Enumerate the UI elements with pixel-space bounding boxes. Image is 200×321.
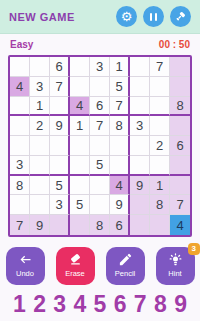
cell-r8c9[interactable]: 7 (170, 195, 190, 215)
cell-r2c2[interactable]: 3 (30, 77, 50, 97)
cell-r1c5[interactable]: 3 (90, 57, 110, 77)
cell-r4c3[interactable]: 9 (50, 116, 70, 136)
number-pad: 123456789 (0, 293, 200, 316)
status-bar: Easy 00 : 50 (0, 34, 200, 54)
cell-r7c6[interactable]: 4 (110, 176, 130, 196)
difficulty-label: Easy (10, 39, 33, 50)
cell-r6c9[interactable] (170, 156, 190, 176)
cell-r2c9[interactable] (170, 77, 190, 97)
cell-r8c2[interactable] (30, 195, 50, 215)
cell-r6c2[interactable] (30, 156, 50, 176)
cell-r1c6[interactable]: 1 (110, 57, 130, 77)
cell-r2c5[interactable] (90, 77, 110, 97)
hint-label: Hint (168, 269, 181, 278)
theme-button[interactable] (170, 6, 191, 27)
cell-r9c2[interactable]: 9 (30, 215, 50, 235)
cell-r8c4[interactable]: 5 (70, 195, 90, 215)
cell-r6c4[interactable] (70, 156, 90, 176)
cell-r5c8[interactable]: 2 (150, 136, 170, 156)
cell-r8c6[interactable]: 9 (110, 195, 130, 215)
cell-r9c1[interactable]: 7 (10, 215, 30, 235)
eraser-icon (68, 252, 83, 267)
page-title: NEW GAME (9, 11, 75, 23)
pencil-icon (118, 252, 133, 267)
cell-r5c3[interactable] (50, 136, 70, 156)
cell-r3c4[interactable]: 4 (70, 97, 90, 117)
numpad-9[interactable]: 9 (174, 293, 187, 316)
undo-button[interactable]: Undo (6, 247, 45, 285)
cell-r7c8[interactable]: 1 (150, 176, 170, 196)
undo-label: Undo (16, 269, 34, 278)
cell-r3c1[interactable] (10, 97, 30, 117)
cell-r2c6[interactable]: 5 (110, 77, 130, 97)
cell-r7c9[interactable] (170, 176, 190, 196)
cell-r3c2[interactable]: 1 (30, 97, 50, 117)
cell-r9c5[interactable]: 8 (90, 215, 110, 235)
numpad-2[interactable]: 2 (33, 293, 46, 316)
cell-r1c9[interactable] (170, 57, 190, 77)
cell-r5c2[interactable] (30, 136, 50, 156)
cell-r7c1[interactable]: 8 (10, 176, 30, 196)
cell-r8c7[interactable] (130, 195, 150, 215)
cell-r6c7[interactable] (130, 156, 150, 176)
settings-button[interactable]: ⚙ (116, 6, 137, 27)
cell-r9c9[interactable]: 4 (170, 215, 190, 235)
cell-r4c6[interactable]: 8 (110, 116, 130, 136)
cell-r3c3[interactable] (50, 97, 70, 117)
cell-r7c2[interactable] (30, 176, 50, 196)
top-bar-buttons: ⚙ (116, 6, 191, 27)
cell-r8c1[interactable] (10, 195, 30, 215)
cell-r4c9[interactable] (170, 116, 190, 136)
cell-r7c4[interactable] (70, 176, 90, 196)
cell-r5c9[interactable]: 6 (170, 136, 190, 156)
timer: 00 : 50 (159, 39, 190, 50)
cell-r6c8[interactable] (150, 156, 170, 176)
cell-r5c5[interactable] (90, 136, 110, 156)
cell-r6c5[interactable]: 5 (90, 156, 110, 176)
cell-r1c3[interactable]: 6 (50, 57, 70, 77)
hint-button[interactable]: 3 Hint (156, 247, 195, 285)
cell-r5c1[interactable] (10, 136, 30, 156)
cell-r4c5[interactable]: 7 (90, 116, 110, 136)
cell-r2c7[interactable] (130, 77, 150, 97)
cell-r1c8[interactable]: 7 (150, 57, 170, 77)
cell-r6c6[interactable] (110, 156, 130, 176)
cell-r5c7[interactable] (130, 136, 150, 156)
toolbar: Undo Erase Pencil 3 Hint (0, 247, 200, 285)
numpad-3[interactable]: 3 (53, 293, 66, 316)
cell-r7c7[interactable]: 9 (130, 176, 150, 196)
cell-r2c8[interactable] (150, 77, 170, 97)
numpad-8[interactable]: 8 (154, 293, 167, 316)
cell-r3c8[interactable] (150, 97, 170, 117)
numpad-7[interactable]: 7 (134, 293, 147, 316)
cell-r9c7[interactable] (130, 215, 150, 235)
hint-bulb-icon (168, 252, 183, 267)
cell-r4c4[interactable]: 1 (70, 116, 90, 136)
undo-arrow-icon (18, 252, 33, 267)
cell-r3c7[interactable] (130, 97, 150, 117)
cell-r5c4[interactable] (70, 136, 90, 156)
pencil-button[interactable]: Pencil (106, 247, 145, 285)
numpad-4[interactable]: 4 (73, 293, 86, 316)
pause-icon (150, 13, 158, 21)
cell-r9c8[interactable] (150, 215, 170, 235)
sudoku-app: NEW GAME ⚙ Easy 00 : 50 6317437 (0, 0, 200, 316)
numpad-5[interactable]: 5 (94, 293, 107, 316)
brush-icon (174, 10, 187, 23)
cell-r2c3[interactable]: 7 (50, 77, 70, 97)
cell-r4c2[interactable]: 2 (30, 116, 50, 136)
cell-r2c1[interactable]: 4 (10, 77, 30, 97)
cell-r3c9[interactable]: 8 (170, 97, 190, 117)
cell-r6c3[interactable] (50, 156, 70, 176)
top-bar: NEW GAME ⚙ (0, 0, 200, 34)
cell-r4c1[interactable] (10, 116, 30, 136)
cell-r4c8[interactable] (150, 116, 170, 136)
sudoku-board: 63174375146782917832635854913598779864 (8, 55, 192, 237)
cell-r2c4[interactable] (70, 77, 90, 97)
cell-r9c4[interactable] (70, 215, 90, 235)
cell-r1c2[interactable] (30, 57, 50, 77)
cell-r1c7[interactable] (130, 57, 150, 77)
cell-r8c3[interactable]: 3 (50, 195, 70, 215)
pencil-label: Pencil (115, 269, 135, 278)
cell-r7c5[interactable] (90, 176, 110, 196)
cell-r8c5[interactable] (90, 195, 110, 215)
cell-r3c5[interactable]: 6 (90, 97, 110, 117)
cell-r9c3[interactable] (50, 215, 70, 235)
erase-label: Erase (65, 269, 85, 278)
numpad-1[interactable]: 1 (13, 293, 26, 316)
numpad-6[interactable]: 6 (114, 293, 127, 316)
cell-r1c4[interactable] (70, 57, 90, 77)
cell-r5c6[interactable] (110, 136, 130, 156)
cell-r3c6[interactable]: 7 (110, 97, 130, 117)
cell-r4c7[interactable]: 3 (130, 116, 150, 136)
cell-r8c8[interactable]: 8 (150, 195, 170, 215)
cell-r7c3[interactable]: 5 (50, 176, 70, 196)
cell-r9c6[interactable]: 6 (110, 215, 130, 235)
cell-r1c1[interactable] (10, 57, 30, 77)
erase-button[interactable]: Erase (56, 247, 95, 285)
hint-badge: 3 (188, 243, 199, 255)
pause-button[interactable] (143, 6, 164, 27)
gear-icon: ⚙ (121, 10, 133, 23)
cell-r6c1[interactable]: 3 (10, 156, 30, 176)
